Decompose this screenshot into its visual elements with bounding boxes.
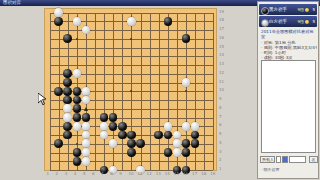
coin-icon — [305, 20, 309, 24]
black-player-rank: 9段 — [297, 4, 304, 15]
row-coordinate-label: 5 — [219, 132, 222, 136]
white-stone — [82, 87, 91, 96]
column-coordinate-label: 10 — [128, 172, 133, 176]
white-stone — [63, 113, 72, 122]
window-title: 围棋对弈 — [3, 0, 21, 5]
white-stone — [109, 139, 118, 148]
black-stone — [73, 148, 82, 157]
black-stone — [164, 131, 173, 140]
row-coordinate-label: 18 — [219, 18, 224, 22]
column-coordinate-label: 4 — [74, 172, 77, 176]
column-coordinate-label: 3 — [65, 172, 68, 176]
white-stone — [191, 122, 200, 131]
chat-note: · 聊天设置 — [261, 167, 280, 172]
column-coordinate-label: 7 — [101, 172, 104, 176]
grid-line — [159, 13, 160, 171]
black-stone — [82, 113, 91, 122]
white-stone — [82, 131, 91, 140]
white-stone — [182, 78, 191, 87]
row-coordinate-label: 19 — [219, 10, 224, 14]
game-side-panel: 黑方棋手 9段 5 白方棋手 9段 5 2011年全国围棋对抗赛对局室 · 对局… — [257, 1, 319, 179]
black-stone — [63, 34, 72, 43]
row-coordinate-label: 2 — [219, 158, 222, 162]
white-stone — [82, 148, 91, 157]
white-stone — [73, 69, 82, 78]
white-stone — [82, 139, 91, 148]
audience-select[interactable]: 所有人 — [260, 156, 275, 163]
grid-line — [213, 13, 214, 171]
column-coordinate-label: 8 — [110, 172, 113, 176]
game-info-header: 2011年全国围棋对抗赛对局室 — [261, 29, 317, 39]
row-coordinate-label: 6 — [219, 123, 222, 127]
black-stone — [73, 96, 82, 105]
column-coordinate-label: 16 — [183, 172, 188, 176]
black-stone — [54, 139, 63, 148]
go-client-window: 围棋对弈 12345678910111213141516171819 19181… — [0, 0, 320, 180]
column-coordinate-label: 14 — [165, 172, 170, 176]
black-stone — [63, 122, 72, 131]
black-stone — [73, 157, 82, 166]
white-stone-icon — [261, 19, 269, 27]
black-stone — [63, 131, 72, 140]
black-stone-icon — [261, 7, 269, 15]
black-stone — [118, 122, 127, 131]
row-coordinate-label: 1 — [219, 167, 222, 171]
chat-message-box[interactable] — [261, 60, 316, 153]
row-coordinate-label: 16 — [219, 36, 224, 40]
black-stone — [127, 139, 136, 148]
row-coordinate-label: 11 — [219, 80, 224, 84]
black-stone — [164, 148, 173, 157]
coin-icon — [305, 8, 309, 12]
star-point — [76, 38, 78, 40]
white-stone — [100, 131, 109, 140]
grid-line — [168, 13, 169, 171]
black-player-bar[interactable]: 黑方棋手 9段 5 — [259, 4, 317, 15]
row-coordinate-label: 9 — [219, 97, 222, 101]
white-stone — [54, 8, 63, 17]
white-stone — [127, 17, 136, 26]
black-stone — [54, 17, 63, 26]
white-stone — [173, 148, 182, 157]
column-coordinate-label: 9 — [119, 172, 122, 176]
white-player-coins: 5 — [312, 16, 315, 27]
column-coordinate-label: 1 — [47, 172, 50, 176]
white-stone — [73, 17, 82, 26]
white-stone — [164, 122, 173, 131]
row-coordinate-label: 3 — [219, 150, 222, 154]
black-stone — [63, 69, 72, 78]
column-coordinate-label: 13 — [156, 172, 161, 176]
black-stone — [73, 113, 82, 122]
row-coordinate-label: 10 — [219, 88, 224, 92]
white-player-bar[interactable]: 白方棋手 9段 5 — [259, 16, 317, 27]
black-stone — [127, 148, 136, 157]
black-stone — [54, 87, 63, 96]
row-coordinate-label: 12 — [219, 71, 224, 75]
white-stone — [82, 157, 91, 166]
black-stone — [109, 122, 118, 131]
black-stone — [182, 148, 191, 157]
white-stone — [100, 122, 109, 131]
black-stone — [182, 34, 191, 43]
column-coordinate-label: 12 — [147, 172, 152, 176]
column-coordinate-label: 5 — [83, 172, 86, 176]
black-stone — [73, 87, 82, 96]
chat-checkbox[interactable] — [276, 156, 281, 163]
row-coordinate-label: 4 — [219, 141, 222, 145]
column-coordinate-label: 17 — [192, 172, 197, 176]
black-stone — [109, 113, 118, 122]
black-stone — [136, 139, 145, 148]
white-stone — [82, 122, 91, 131]
row-coordinate-label: 8 — [219, 106, 222, 110]
star-point — [76, 143, 78, 145]
move-marker — [84, 107, 88, 111]
chat-controls: 所有人 发送 — [260, 156, 318, 166]
chat-input[interactable] — [289, 156, 306, 163]
black-player-coins: 5 — [312, 4, 315, 15]
column-coordinate-label: 15 — [174, 172, 179, 176]
black-stone — [63, 96, 72, 105]
column-coordinate-label: 2 — [56, 172, 59, 176]
row-coordinate-label: 17 — [219, 27, 224, 31]
black-stone — [127, 131, 136, 140]
black-stone — [100, 113, 109, 122]
black-stone — [191, 131, 200, 140]
black-stone — [118, 131, 127, 140]
row-coordinate-label: 14 — [219, 53, 224, 57]
white-stone — [73, 122, 82, 131]
black-stone — [154, 131, 163, 140]
black-stone — [63, 87, 72, 96]
black-stone — [164, 17, 173, 26]
mouse-cursor-icon — [38, 93, 48, 106]
black-player-name: 黑方棋手 — [269, 4, 287, 15]
row-coordinate-label: 15 — [219, 45, 224, 49]
go-board[interactable] — [44, 8, 217, 171]
white-stone — [82, 26, 91, 35]
send-button[interactable]: 发送 — [309, 156, 318, 163]
white-stone — [63, 104, 72, 113]
white-player-name: 白方棋手 — [269, 16, 287, 27]
black-stone — [63, 78, 72, 87]
column-coordinate-label: 18 — [201, 172, 206, 176]
white-stone — [173, 139, 182, 148]
column-coordinate-label: 6 — [92, 172, 95, 176]
column-coordinate-label: 11 — [138, 172, 143, 176]
column-coordinate-label: 19 — [210, 172, 215, 176]
white-stone — [182, 122, 191, 131]
row-coordinate-label: 7 — [219, 115, 222, 119]
row-coordinate-label: 13 — [219, 62, 224, 66]
black-stone — [191, 139, 200, 148]
grid-line — [204, 13, 205, 171]
grid-line — [150, 13, 151, 171]
black-stone — [73, 104, 82, 113]
white-player-rank: 9段 — [297, 16, 304, 27]
white-stone — [173, 131, 182, 140]
black-stone — [182, 139, 191, 148]
emoticon-button[interactable] — [282, 156, 288, 163]
white-stone — [82, 96, 91, 105]
